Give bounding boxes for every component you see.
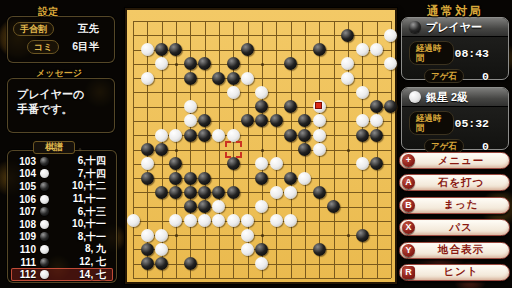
stone-black: [327, 200, 340, 213]
stone-black: [212, 72, 225, 85]
stone-white: [341, 72, 354, 85]
stone-white: [313, 114, 326, 127]
captures-row: アゲ石 0: [409, 69, 501, 83]
stone-black: [370, 100, 383, 113]
move-stone-icon: [40, 182, 49, 191]
stone-black: [241, 114, 254, 127]
menu-button[interactable]: + メニュー: [399, 152, 510, 169]
stone-white: [356, 157, 369, 170]
move-row: 11112, 七: [11, 256, 113, 269]
stone-black: [313, 43, 326, 56]
stone-white: [255, 200, 268, 213]
stone-white: [184, 114, 197, 127]
stone-white: [370, 114, 383, 127]
message-line: プレイヤーの: [17, 87, 105, 102]
move-row: 1047,十四: [11, 168, 113, 181]
stone-black: [284, 100, 297, 113]
move-row: 1076,十三: [11, 205, 113, 218]
stone-white: [227, 129, 240, 142]
stone-white: [155, 57, 168, 70]
stone-black: [169, 186, 182, 199]
black-stone-icon: [409, 21, 421, 33]
stone-black: [141, 257, 154, 270]
stone-white: [313, 129, 326, 142]
star-point: [347, 149, 350, 152]
komi-value: 6目半: [72, 40, 99, 54]
stone-black: [227, 72, 240, 85]
setting-komi-row: コミ 6目半: [13, 40, 109, 54]
message-line: 手番です。: [17, 102, 105, 117]
stone-white: [284, 186, 297, 199]
stone-black: [198, 114, 211, 127]
stone-white: [169, 129, 182, 142]
stone-white: [241, 243, 254, 256]
move-stone-icon: [40, 258, 49, 267]
stone-black: [198, 129, 211, 142]
stone-black: [255, 172, 268, 185]
player-name: プレイヤー: [426, 20, 482, 35]
stone-black: [313, 243, 326, 256]
stone-black: [284, 172, 297, 185]
move-list[interactable]: 1036,十四 1047,十四 10510,十二 10611,十一 1076,十…: [7, 150, 117, 283]
stone-black: [155, 186, 168, 199]
player-name: 銀星 2級: [426, 90, 468, 105]
star-point: [261, 234, 264, 237]
grid-line: [276, 21, 277, 278]
stone-black: [141, 143, 154, 156]
stone-black: [370, 129, 383, 142]
stone-white: [270, 214, 283, 227]
stone-black: [155, 143, 168, 156]
stone-black: [284, 57, 297, 70]
stone-black: [184, 186, 197, 199]
stone-black: [356, 129, 369, 142]
stone-white: [341, 57, 354, 70]
stone-black: [198, 186, 211, 199]
star-point: [261, 149, 264, 152]
stone-black: [169, 157, 182, 170]
player-card-header: 銀星 2級: [402, 88, 508, 107]
stone-white: [227, 86, 240, 99]
time-value: 05:32: [454, 117, 489, 130]
stone-black: [198, 172, 211, 185]
white-stone-icon: [409, 91, 421, 103]
handicap-label: 手合割: [13, 22, 54, 36]
stone-black: [284, 129, 297, 142]
stone-black: [255, 243, 268, 256]
message-header: メッセージ: [36, 67, 82, 80]
stone-black: [227, 157, 240, 170]
stone-white: [155, 243, 168, 256]
stone-black: [184, 200, 197, 213]
stone-black: [255, 100, 268, 113]
play-stone-button[interactable]: A 石を打つ: [399, 174, 510, 191]
move-stone-icon: [40, 169, 49, 178]
stone-white: [384, 57, 397, 70]
captures-label: アゲ石: [424, 69, 464, 83]
stone-black: [184, 172, 197, 185]
stone-white: [141, 157, 154, 170]
move-row: 10611,十一: [11, 193, 113, 206]
time-row: 経過時間 08:43: [409, 41, 501, 65]
stone-white: [255, 257, 268, 270]
stone-white: [384, 29, 397, 42]
stone-white: [270, 186, 283, 199]
stone-white: [212, 214, 225, 227]
pass-button[interactable]: X パス: [399, 219, 510, 236]
stone-white: [227, 214, 240, 227]
grid-line: [133, 278, 391, 279]
stone-black: [298, 129, 311, 142]
player-card-black: プレイヤー 経過時間 08:43 アゲ石 0: [401, 17, 509, 80]
captures-value: 0: [482, 70, 489, 83]
undo-button[interactable]: B まった: [399, 197, 510, 214]
move-row: 1098,十一: [11, 231, 113, 244]
player-card-header: プレイヤー: [402, 18, 508, 37]
move-stone-icon: [40, 207, 49, 216]
stone-black: [227, 57, 240, 70]
stone-white: [284, 214, 297, 227]
move-stone-icon: [40, 157, 49, 166]
territory-display-button[interactable]: Y 地合表示: [399, 242, 510, 259]
time-row: 経過時間 05:32: [409, 111, 501, 135]
stone-white: [255, 157, 268, 170]
stone-white: [255, 86, 268, 99]
stone-white: [241, 229, 254, 242]
b-button-icon: B: [402, 199, 415, 212]
stone-black: [212, 186, 225, 199]
star-point: [175, 149, 178, 152]
go-board[interactable]: [125, 8, 397, 284]
stone-white: [198, 214, 211, 227]
move-row-current: 11214, 七: [11, 268, 113, 281]
stone-white: [370, 43, 383, 56]
time-label: 経過時間: [409, 111, 454, 135]
stone-black: [313, 186, 326, 199]
stone-white: [313, 143, 326, 156]
stone-white: [141, 43, 154, 56]
stone-white: [155, 229, 168, 242]
stone-white: [169, 214, 182, 227]
stone-white: [298, 172, 311, 185]
star-point: [261, 63, 264, 66]
stone-black: [184, 257, 197, 270]
move-stone-icon: [40, 232, 49, 241]
stone-black: [198, 57, 211, 70]
message-box: プレイヤーの 手番です。: [7, 78, 115, 133]
board-cursor[interactable]: [225, 141, 242, 158]
handicap-value: 互先: [78, 22, 99, 36]
stone-white: [241, 72, 254, 85]
stone-black: [384, 100, 397, 113]
stone-black: [184, 57, 197, 70]
stone-black: [227, 186, 240, 199]
move-stone-icon: [40, 270, 49, 279]
stone-white: [212, 200, 225, 213]
komi-label: コミ: [27, 40, 59, 54]
stone-white: [184, 100, 197, 113]
stone-black: [198, 200, 211, 213]
star-point: [347, 234, 350, 237]
stone-black: [270, 114, 283, 127]
star-point: [175, 234, 178, 237]
move-row: 1108, 九: [11, 243, 113, 256]
stone-black: [141, 172, 154, 185]
stone-black: [155, 257, 168, 270]
stone-white: [241, 214, 254, 227]
stone-white: [212, 129, 225, 142]
match-title: 通常対局: [398, 3, 512, 20]
stone-white: [141, 72, 154, 85]
grid-line: [377, 21, 378, 278]
stone-white: [141, 229, 154, 242]
stone-black: [241, 43, 254, 56]
move-stone-icon: [40, 245, 49, 254]
stone-black: [341, 29, 354, 42]
player-card-white: 銀星 2級 経過時間 05:32 アゲ石 0: [401, 87, 509, 150]
record-tab: 棋譜: [33, 141, 75, 154]
hint-button[interactable]: R ヒント: [399, 264, 510, 281]
stone-white: [356, 86, 369, 99]
r-button-icon: R: [402, 266, 415, 279]
stone-black: [298, 114, 311, 127]
setting-handicap-row: 手合割 互先: [13, 22, 109, 36]
plus-button-icon: +: [402, 154, 415, 167]
stone-black: [255, 114, 268, 127]
captures-label: アゲ石: [424, 139, 464, 153]
move-row: 10510,十二: [11, 180, 113, 193]
time-label: 経過時間: [409, 41, 454, 65]
grid-line: [334, 21, 335, 278]
stone-black: [370, 157, 383, 170]
last-move-marker: [315, 102, 322, 109]
stone-black: [184, 72, 197, 85]
stone-white: [127, 214, 140, 227]
captures-row: アゲ石 0: [409, 139, 501, 153]
stone-white: [356, 43, 369, 56]
stone-black: [169, 172, 182, 185]
stone-white: [184, 214, 197, 227]
move-stone-icon: [40, 220, 49, 229]
stone-white: [356, 114, 369, 127]
star-point: [175, 63, 178, 66]
time-value: 08:43: [454, 47, 489, 60]
settings-header: 設定: [38, 5, 58, 19]
stone-black: [141, 243, 154, 256]
captures-value: 0: [482, 140, 489, 153]
y-button-icon: Y: [402, 244, 415, 257]
move-row: 1036,十四: [11, 155, 113, 168]
move-stone-icon: [40, 195, 49, 204]
stone-white: [270, 157, 283, 170]
command-buttons: + メニュー A 石を打つ B まった X パス Y 地合表示 R ヒント: [399, 152, 510, 286]
stone-white: [155, 129, 168, 142]
stone-black: [356, 229, 369, 242]
stone-black: [184, 129, 197, 142]
stone-black: [155, 43, 168, 56]
move-row: 10810,十一: [11, 218, 113, 231]
settings-box: 手合割 互先 コミ 6目半: [7, 16, 115, 63]
stone-black: [298, 143, 311, 156]
stone-black: [169, 43, 182, 56]
